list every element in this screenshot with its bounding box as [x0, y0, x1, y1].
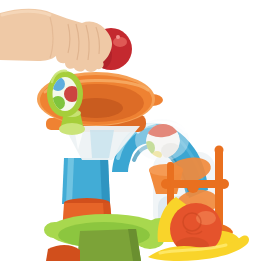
frame-crossbar	[163, 180, 227, 188]
frame-knob-right	[219, 179, 229, 189]
held-ball-spec	[116, 35, 120, 39]
bottom-ball-highlight	[196, 211, 216, 225]
toy-scene	[0, 0, 254, 261]
frame-post-cap	[215, 146, 224, 155]
frame-knob-left	[161, 179, 171, 189]
rattle-clamp	[59, 123, 85, 135]
product-photo	[0, 0, 254, 261]
held-ball-highlight	[113, 37, 127, 47]
